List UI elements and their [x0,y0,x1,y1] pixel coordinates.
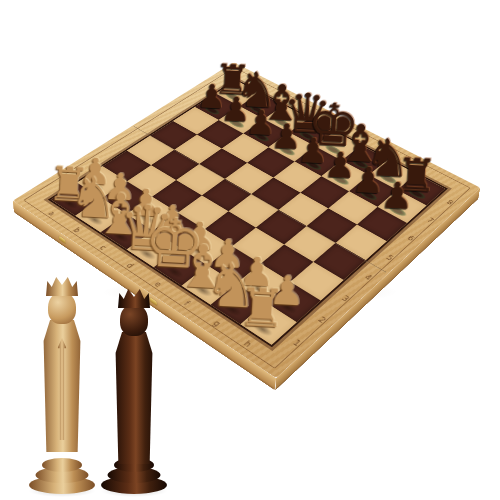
chess-set-product-photo: ♜♞♝♛♚♝♞♜♟♟♟♟♟♟♟♟♟♟♟♟♟♟♟♟♜♞♝♛♚♝♞♜ abcdefg… [0,0,500,500]
white-king-figure [28,276,96,494]
figure-body [111,332,157,464]
piece-g7-black-pawn: ♟ [351,165,385,197]
piece-h1-white-rook: ♜ [237,284,287,331]
figure-base [42,458,82,472]
crown-icon [118,288,150,308]
piece-f7-black-pawn: ♟ [323,150,356,182]
figure-head [120,304,148,336]
square-c4 [176,164,225,195]
piece-h7-black-pawn: ♟ [379,180,413,213]
crown-icon [46,276,78,296]
brass-hinge [59,236,66,244]
square-d5 [225,163,273,194]
figure-head [48,292,76,324]
black-king-figure [102,288,166,494]
